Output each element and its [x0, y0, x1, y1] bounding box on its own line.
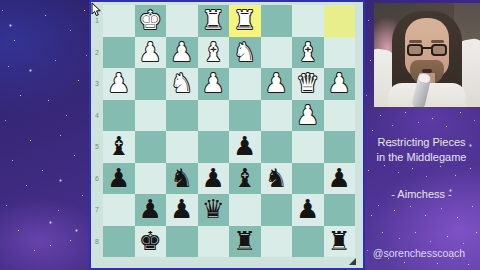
square-h4 — [103, 100, 135, 132]
square-a3: ♟ — [324, 68, 356, 100]
square-f7: ♟ — [166, 194, 198, 226]
piece-black-rook: ♜ — [229, 226, 261, 258]
piece-black-bishop: ♝ — [229, 163, 261, 195]
square-d4 — [229, 100, 261, 132]
square-d7 — [229, 194, 261, 226]
piece-white-pawn: ♟ — [198, 68, 230, 100]
square-h2 — [103, 37, 135, 69]
square-c2 — [261, 37, 293, 69]
square-c8 — [261, 226, 293, 258]
square-h3: ♟ — [103, 68, 135, 100]
board-squares: ♚♜♜♟♟♝♞♝♟♞♟♟♛♟♟♝♟♟♞♟♝♞♟♟♟♛♟♚♜♜ — [103, 5, 355, 257]
glasses-lens-right — [431, 44, 447, 56]
piece-white-pawn: ♟ — [103, 68, 135, 100]
rank-label-2: 2 — [91, 37, 103, 69]
square-d1: ♜ — [229, 5, 261, 37]
square-e6: ♟ — [198, 163, 230, 195]
square-d6: ♝ — [229, 163, 261, 195]
square-e7: ♛ — [198, 194, 230, 226]
square-h7 — [103, 194, 135, 226]
square-b2: ♝ — [292, 37, 324, 69]
square-h1 — [103, 5, 135, 37]
bright-stars — [0, 0, 1, 1]
piece-black-king: ♚ — [135, 226, 167, 258]
streamer-eyebrow-right — [431, 40, 444, 43]
piece-white-queen: ♛ — [292, 68, 324, 100]
piece-black-knight: ♞ — [261, 163, 293, 195]
square-f4 — [166, 100, 198, 132]
square-b4: ♟ — [292, 100, 324, 132]
rank-label-6: 6 — [91, 163, 103, 195]
piece-black-pawn: ♟ — [103, 163, 135, 195]
square-c4 — [261, 100, 293, 132]
video-title-line1: Restricting Pieces — [363, 135, 480, 150]
piece-black-knight: ♞ — [166, 163, 198, 195]
square-g3 — [135, 68, 167, 100]
square-a7 — [324, 194, 356, 226]
square-b1 — [292, 5, 324, 37]
square-a1 — [324, 5, 356, 37]
rank-label-4: 4 — [91, 100, 103, 132]
chess-board: 12345678 ♚♜♜♟♟♝♞♝♟♞♟♟♛♟♟♝♟♟♞♟♝♞♟♟♟♛♟♚♜♜ — [89, 0, 365, 270]
piece-white-pawn: ♟ — [166, 37, 198, 69]
square-c6: ♞ — [261, 163, 293, 195]
square-d2: ♞ — [229, 37, 261, 69]
rank-label-1: 1 — [91, 5, 103, 37]
square-b8 — [292, 226, 324, 258]
square-c5 — [261, 131, 293, 163]
square-e1: ♜ — [198, 5, 230, 37]
piece-white-pawn: ♟ — [261, 68, 293, 100]
piece-white-bishop: ♝ — [292, 37, 324, 69]
piece-white-bishop: ♝ — [198, 37, 230, 69]
rank-coordinates: 12345678 — [91, 5, 103, 257]
piece-white-knight: ♞ — [229, 37, 261, 69]
square-b7: ♟ — [292, 194, 324, 226]
square-g4 — [135, 100, 167, 132]
square-d8: ♜ — [229, 226, 261, 258]
square-f1 — [166, 5, 198, 37]
piece-white-pawn: ♟ — [292, 100, 324, 132]
piece-white-rook: ♜ — [229, 5, 261, 37]
piece-black-bishop: ♝ — [103, 131, 135, 163]
square-c1 — [261, 5, 293, 37]
square-b6 — [292, 163, 324, 195]
piece-white-knight: ♞ — [166, 68, 198, 100]
piece-black-pawn: ♟ — [135, 194, 167, 226]
channel-handle: @sorenchesscoach — [360, 247, 478, 259]
square-c3: ♟ — [261, 68, 293, 100]
square-a4 — [324, 100, 356, 132]
square-e3: ♟ — [198, 68, 230, 100]
square-g5 — [135, 131, 167, 163]
square-a8: ♜ — [324, 226, 356, 258]
webcam-feed — [374, 3, 480, 107]
square-h6: ♟ — [103, 163, 135, 195]
rank-label-8: 8 — [91, 226, 103, 258]
square-a5 — [324, 131, 356, 163]
piece-white-pawn: ♟ — [324, 68, 356, 100]
piece-black-rook: ♜ — [324, 226, 356, 258]
piece-black-pawn: ♟ — [229, 131, 261, 163]
square-b3: ♛ — [292, 68, 324, 100]
square-f8 — [166, 226, 198, 258]
square-g6 — [135, 163, 167, 195]
square-a2 — [324, 37, 356, 69]
piece-black-pawn: ♟ — [324, 163, 356, 195]
piece-white-king: ♚ — [135, 5, 167, 37]
square-h8 — [103, 226, 135, 258]
square-b5 — [292, 131, 324, 163]
streamer-eyebrow-left — [409, 40, 422, 43]
square-e5 — [198, 131, 230, 163]
video-title-line2: in the Middlegame — [363, 150, 480, 165]
square-e4 — [198, 100, 230, 132]
glasses-lens-left — [407, 44, 423, 56]
square-a6: ♟ — [324, 163, 356, 195]
piece-black-queen: ♛ — [198, 194, 230, 226]
piece-black-pawn: ♟ — [198, 163, 230, 195]
rank-label-5: 5 — [91, 131, 103, 163]
square-d3 — [229, 68, 261, 100]
resize-corner-icon — [349, 258, 356, 265]
rank-label-3: 3 — [91, 68, 103, 100]
square-e8 — [198, 226, 230, 258]
square-g1: ♚ — [135, 5, 167, 37]
square-g8: ♚ — [135, 226, 167, 258]
square-h5: ♝ — [103, 131, 135, 163]
square-c7 — [261, 194, 293, 226]
video-title: Restricting Pieces in the Middlegame — [363, 135, 480, 166]
square-f3: ♞ — [166, 68, 198, 100]
square-g7: ♟ — [135, 194, 167, 226]
square-g2: ♟ — [135, 37, 167, 69]
square-f6: ♞ — [166, 163, 198, 195]
piece-white-pawn: ♟ — [135, 37, 167, 69]
piece-black-pawn: ♟ — [292, 194, 324, 226]
square-f2: ♟ — [166, 37, 198, 69]
piece-white-rook: ♜ — [198, 5, 230, 37]
brand-label: - Aimchess - — [363, 188, 480, 200]
square-d5: ♟ — [229, 131, 261, 163]
square-f5 — [166, 131, 198, 163]
rank-label-7: 7 — [91, 194, 103, 226]
streamer-glasses — [407, 44, 447, 58]
square-e2: ♝ — [198, 37, 230, 69]
piece-black-pawn: ♟ — [166, 194, 198, 226]
video-frame: 12345678 ♚♜♜♟♟♝♞♝♟♞♟♟♛♟♟♝♟♟♞♟♝♞♟♟♟♛♟♚♜♜ — [0, 0, 480, 270]
